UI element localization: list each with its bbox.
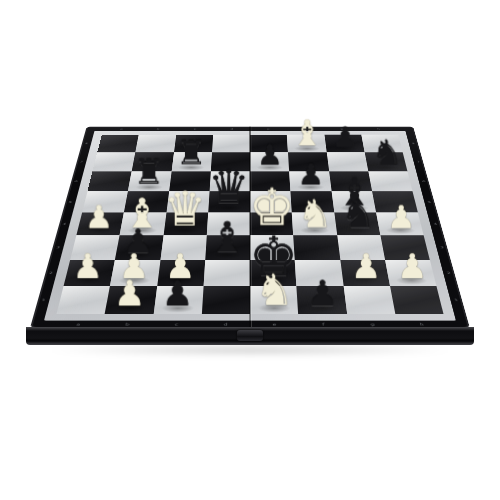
pawn-glyph: ♟: [387, 202, 415, 234]
square-a7[interactable]: [93, 152, 136, 171]
pawn-glyph: ♟: [333, 123, 358, 151]
knight-glyph: ♞: [372, 135, 403, 170]
piece-white-pawn[interactable]: ♟: [387, 202, 415, 234]
piece-white-pawn[interactable]: ♟: [397, 250, 427, 284]
piece-black-bishop[interactable]: ♝: [209, 216, 247, 258]
piece-black-rook[interactable]: ♜: [133, 155, 164, 190]
chessboard: abcdefgh abcdefgh 12345678 12345678 ♝♟♜♟…: [30, 127, 470, 328]
piece-black-pawn[interactable]: ♟: [298, 160, 325, 190]
square-d3[interactable]: ♝: [205, 235, 250, 259]
queen-glyph: ♛: [208, 165, 249, 211]
square-b8[interactable]: [135, 135, 175, 153]
piece-black-knight[interactable]: ♞: [341, 195, 376, 234]
square-b1[interactable]: ♟: [105, 286, 157, 314]
square-c7[interactable]: ♜: [171, 152, 212, 171]
pawn-glyph: ♟: [84, 202, 112, 234]
square-a4[interactable]: ♟: [76, 213, 124, 236]
square-h1[interactable]: [390, 286, 444, 314]
pawn-glyph: ♟: [257, 141, 283, 170]
pawn-glyph: ♟: [162, 276, 194, 311]
rook-glyph: ♜: [133, 155, 164, 190]
board-front-edge: [26, 327, 474, 345]
square-a8[interactable]: [97, 135, 139, 153]
bishop-glyph: ♝: [209, 216, 247, 258]
piece-white-pawn[interactable]: ♟: [351, 250, 381, 284]
square-a1[interactable]: [57, 286, 111, 314]
piece-black-pawn[interactable]: ♟: [257, 141, 283, 170]
square-g2[interactable]: ♟: [340, 260, 390, 286]
square-d8[interactable]: [212, 135, 250, 153]
piece-white-pawn[interactable]: ♟: [114, 276, 146, 311]
piece-black-rook[interactable]: ♜: [176, 136, 206, 169]
pawn-glyph: ♟: [298, 160, 325, 190]
board-shadow: [42, 344, 458, 356]
square-g1[interactable]: [343, 286, 395, 314]
piece-white-knight[interactable]: ♞: [255, 269, 294, 312]
square-d5[interactable]: ♛: [208, 191, 250, 212]
square-d2[interactable]: [203, 260, 250, 286]
pawn-glyph: ♟: [351, 250, 381, 284]
square-f8[interactable]: ♝: [287, 135, 326, 153]
piece-white-pawn[interactable]: ♟: [84, 202, 112, 234]
knight-glyph: ♞: [255, 269, 294, 312]
piece-white-queen[interactable]: ♛: [164, 186, 207, 233]
square-d1[interactable]: [202, 286, 250, 314]
piece-black-knight[interactable]: ♞: [372, 135, 403, 170]
bishop-glyph: ♝: [291, 115, 323, 151]
square-c1[interactable]: ♟: [153, 286, 203, 314]
pawn-glyph: ♟: [307, 276, 339, 311]
knight-glyph: ♞: [298, 195, 333, 234]
piece-black-queen[interactable]: ♛: [208, 165, 249, 211]
piece-white-pawn[interactable]: ♟: [72, 250, 102, 284]
piece-black-pawn[interactable]: ♟: [333, 123, 358, 151]
square-a2[interactable]: ♟: [64, 260, 116, 286]
fold-hinge: [237, 330, 263, 341]
piece-black-pawn[interactable]: ♟: [162, 276, 194, 311]
square-h2[interactable]: ♟: [385, 260, 437, 286]
square-g8[interactable]: ♟: [324, 135, 364, 153]
square-h4[interactable]: ♟: [376, 213, 424, 236]
piece-white-knight[interactable]: ♞: [298, 195, 333, 234]
piece-black-pawn[interactable]: ♟: [307, 276, 339, 311]
board-scene: abcdefgh abcdefgh 12345678 12345678 ♝♟♜♟…: [0, 0, 500, 500]
square-e1[interactable]: ♞: [250, 286, 298, 314]
square-e7[interactable]: ♟: [250, 152, 289, 171]
rook-glyph: ♜: [176, 136, 206, 169]
pawn-glyph: ♟: [72, 250, 102, 284]
square-f4[interactable]: ♞: [292, 213, 337, 236]
square-g4[interactable]: ♞: [334, 213, 380, 236]
square-c4[interactable]: ♛: [163, 213, 208, 236]
square-f3[interactable]: [293, 235, 339, 259]
piece-white-bishop[interactable]: ♝: [291, 115, 323, 151]
knight-glyph: ♞: [341, 195, 376, 234]
photo-stage: abcdefgh abcdefgh 12345678 12345678 ♝♟♜♟…: [0, 0, 500, 500]
pawn-glyph: ♟: [397, 250, 427, 284]
square-f1[interactable]: ♟: [297, 286, 347, 314]
pawn-glyph: ♟: [114, 276, 146, 311]
queen-glyph: ♛: [164, 186, 207, 233]
